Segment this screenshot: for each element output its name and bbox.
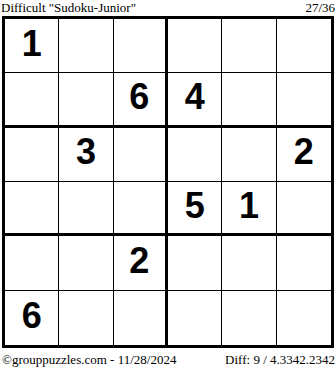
header: Difficult "Sudoku-Junior" 27/36	[1, 0, 335, 15]
board: 164325126	[2, 16, 334, 348]
puzzle-counter: 27/36	[305, 0, 335, 15]
given-digit: 1	[22, 26, 42, 62]
cell-r2c4[interactable]: 4	[168, 73, 222, 127]
cell-r2c2[interactable]	[59, 73, 113, 127]
cell-r3c2[interactable]: 3	[59, 128, 113, 182]
cell-r4c3[interactable]	[114, 182, 168, 236]
copyright-text: ©grouppuzzles.com - 11/28/2024	[2, 352, 176, 367]
given-digit: 6	[129, 79, 149, 115]
cell-r2c3[interactable]: 6	[114, 73, 168, 127]
cell-r4c5[interactable]: 1	[222, 182, 276, 236]
cell-r2c6[interactable]	[277, 73, 331, 127]
cell-r6c5[interactable]	[222, 291, 276, 345]
given-digit: 5	[185, 188, 205, 224]
cell-r5c4[interactable]	[168, 236, 222, 290]
given-digit: 4	[185, 79, 205, 115]
cell-r3c3[interactable]	[114, 128, 168, 182]
cell-r6c6[interactable]	[277, 291, 331, 345]
cell-r1c4[interactable]	[168, 19, 222, 73]
cell-r3c1[interactable]	[5, 128, 59, 182]
cell-r3c6[interactable]: 2	[277, 128, 331, 182]
cell-r3c5[interactable]	[222, 128, 276, 182]
cell-r6c2[interactable]	[59, 291, 113, 345]
cell-r5c6[interactable]	[277, 236, 331, 290]
given-digit: 1	[239, 188, 259, 224]
cell-r5c5[interactable]	[222, 236, 276, 290]
cell-r2c5[interactable]	[222, 73, 276, 127]
cell-r2c1[interactable]	[5, 73, 59, 127]
cell-r4c4[interactable]: 5	[168, 182, 222, 236]
cell-r4c2[interactable]	[59, 182, 113, 236]
puzzle-title: Difficult "Sudoku-Junior"	[1, 0, 136, 15]
given-digit: 2	[294, 134, 314, 170]
cell-r1c5[interactable]	[222, 19, 276, 73]
given-digit: 6	[22, 298, 42, 334]
difficulty-text: Diff: 9 / 4.3342.2342	[225, 352, 335, 367]
cell-r5c2[interactable]	[59, 236, 113, 290]
cell-r5c3[interactable]: 2	[114, 236, 168, 290]
cell-r1c3[interactable]	[114, 19, 168, 73]
cell-r1c1[interactable]: 1	[5, 19, 59, 73]
cell-r5c1[interactable]	[5, 236, 59, 290]
cell-r6c1[interactable]: 6	[5, 291, 59, 345]
cell-r1c6[interactable]	[277, 19, 331, 73]
given-digit: 3	[76, 134, 96, 170]
given-digit: 2	[129, 243, 149, 279]
cell-r1c2[interactable]	[59, 19, 113, 73]
cell-r6c3[interactable]	[114, 291, 168, 345]
cell-r4c6[interactable]	[277, 182, 331, 236]
cell-r6c4[interactable]	[168, 291, 222, 345]
footer: ©grouppuzzles.com - 11/28/2024 Diff: 9 /…	[2, 352, 335, 367]
cell-r3c4[interactable]	[168, 128, 222, 182]
cell-r4c1[interactable]	[5, 182, 59, 236]
